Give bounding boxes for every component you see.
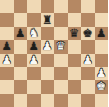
square-c5[interactable]: ♟ xyxy=(27,40,41,53)
piece-white-pawn[interactable]: ♟ xyxy=(29,54,39,67)
piece-white-king[interactable]: ♚ xyxy=(96,80,106,93)
square-h2[interactable]: ♚ xyxy=(95,80,109,93)
square-c2[interactable] xyxy=(27,80,41,93)
square-g3[interactable] xyxy=(81,67,95,80)
square-a2[interactable] xyxy=(0,80,14,93)
square-h7[interactable] xyxy=(95,13,109,26)
square-a3[interactable] xyxy=(0,67,14,80)
square-h5[interactable] xyxy=(95,40,109,53)
square-a6[interactable] xyxy=(0,27,14,40)
square-h8[interactable] xyxy=(95,0,109,13)
piece-white-pawn[interactable]: ♟ xyxy=(2,54,12,67)
square-g5[interactable] xyxy=(81,40,95,53)
square-b7[interactable] xyxy=(14,13,28,26)
square-e8[interactable] xyxy=(54,0,68,13)
square-a1[interactable] xyxy=(0,94,14,107)
square-c7[interactable] xyxy=(27,13,41,26)
square-d6[interactable] xyxy=(41,27,55,40)
chess-board: ♜♟♞♛♚♟♟♟♟♛♟♟♟♟♚ xyxy=(0,0,108,107)
square-g2[interactable] xyxy=(81,80,95,93)
square-c6[interactable]: ♞ xyxy=(27,27,41,40)
square-e3[interactable] xyxy=(54,67,68,80)
square-g4[interactable]: ♟ xyxy=(81,54,95,67)
square-f8[interactable] xyxy=(68,0,82,13)
square-c3[interactable] xyxy=(27,67,41,80)
square-h4[interactable] xyxy=(95,54,109,67)
piece-black-pawn[interactable]: ♟ xyxy=(2,40,12,53)
square-g1[interactable] xyxy=(81,94,95,107)
square-f5[interactable] xyxy=(68,40,82,53)
square-e5[interactable]: ♛ xyxy=(54,40,68,53)
square-h1[interactable] xyxy=(95,94,109,107)
square-f3[interactable] xyxy=(68,67,82,80)
square-f1[interactable] xyxy=(68,94,82,107)
piece-black-pawn[interactable]: ♟ xyxy=(96,27,106,40)
square-e4[interactable] xyxy=(54,54,68,67)
square-e2[interactable] xyxy=(54,80,68,93)
square-b6[interactable]: ♟ xyxy=(14,27,28,40)
square-b4[interactable] xyxy=(14,54,28,67)
square-d2[interactable] xyxy=(41,80,55,93)
piece-white-pawn[interactable]: ♟ xyxy=(96,67,106,80)
square-a8[interactable] xyxy=(0,0,14,13)
piece-black-pawn[interactable]: ♟ xyxy=(15,27,25,40)
piece-white-queen[interactable]: ♛ xyxy=(56,40,66,53)
square-b5[interactable] xyxy=(14,40,28,53)
square-f2[interactable] xyxy=(68,80,82,93)
piece-white-knight[interactable]: ♞ xyxy=(29,27,39,40)
square-b2[interactable] xyxy=(14,80,28,93)
square-e7[interactable] xyxy=(54,13,68,26)
square-c4[interactable]: ♟ xyxy=(27,54,41,67)
square-d3[interactable] xyxy=(41,67,55,80)
square-g7[interactable] xyxy=(81,13,95,26)
square-f7[interactable] xyxy=(68,13,82,26)
square-d4[interactable] xyxy=(41,54,55,67)
piece-black-pawn[interactable]: ♟ xyxy=(29,40,39,53)
square-g8[interactable] xyxy=(81,0,95,13)
square-b3[interactable] xyxy=(14,67,28,80)
square-d5[interactable]: ♟ xyxy=(41,40,55,53)
piece-black-king[interactable]: ♚ xyxy=(83,27,93,40)
square-e6[interactable] xyxy=(54,27,68,40)
square-c1[interactable] xyxy=(27,94,41,107)
square-d1[interactable] xyxy=(41,94,55,107)
piece-black-rook[interactable]: ♜ xyxy=(42,13,52,26)
square-a5[interactable]: ♟ xyxy=(0,40,14,53)
square-d8[interactable] xyxy=(41,0,55,13)
square-d7[interactable]: ♜ xyxy=(41,13,55,26)
square-a4[interactable]: ♟ xyxy=(0,54,14,67)
square-a7[interactable] xyxy=(0,13,14,26)
square-b1[interactable] xyxy=(14,94,28,107)
square-e1[interactable] xyxy=(54,94,68,107)
square-g6[interactable]: ♚ xyxy=(81,27,95,40)
piece-black-queen[interactable]: ♛ xyxy=(69,27,79,40)
piece-white-pawn[interactable]: ♟ xyxy=(42,40,52,53)
square-c8[interactable] xyxy=(27,0,41,13)
square-h6[interactable]: ♟ xyxy=(95,27,109,40)
square-f4[interactable] xyxy=(68,54,82,67)
piece-white-pawn[interactable]: ♟ xyxy=(83,54,93,67)
square-b8[interactable] xyxy=(14,0,28,13)
square-h3[interactable]: ♟ xyxy=(95,67,109,80)
square-f6[interactable]: ♛ xyxy=(68,27,82,40)
